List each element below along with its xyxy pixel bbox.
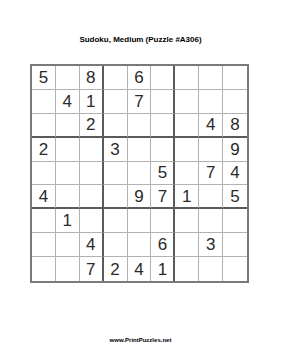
sudoku-cell-r5c6: 5 xyxy=(151,162,175,186)
sudoku-cell-r9c7 xyxy=(175,257,199,281)
sudoku-cell-r5c3 xyxy=(80,162,104,186)
sudoku-cell-r3c4 xyxy=(104,114,128,138)
sudoku-cell-r8c2 xyxy=(56,233,80,257)
sudoku-cell-r1c9 xyxy=(223,66,247,90)
sudoku-cell-r8c9 xyxy=(223,233,247,257)
sudoku-cell-r9c2 xyxy=(56,257,80,281)
sudoku-cell-r4c8 xyxy=(199,138,223,162)
sudoku-cell-r7c7 xyxy=(175,209,199,233)
sudoku-cell-r7c4 xyxy=(104,209,128,233)
puzzle-title: Sudoku, Medium (Puzzle #A306) xyxy=(0,35,281,44)
sudoku-cell-r4c6 xyxy=(151,138,175,162)
sudoku-cell-r8c1 xyxy=(32,233,56,257)
sudoku-cell-r3c9: 8 xyxy=(223,114,247,138)
sudoku-cell-r4c3 xyxy=(80,138,104,162)
sudoku-cell-r8c7 xyxy=(175,233,199,257)
sudoku-cell-r2c8 xyxy=(199,90,223,114)
sudoku-cell-r6c6: 7 xyxy=(151,185,175,209)
sudoku-cell-r2c4 xyxy=(104,90,128,114)
sudoku-cell-r2c9 xyxy=(223,90,247,114)
sudoku-cell-r6c1: 4 xyxy=(32,185,56,209)
sudoku-cell-r9c5: 4 xyxy=(128,257,152,281)
sudoku-cell-r7c9 xyxy=(223,209,247,233)
sudoku-cell-r7c5 xyxy=(128,209,152,233)
sudoku-cell-r3c8: 4 xyxy=(199,114,223,138)
sudoku-cell-r2c5: 7 xyxy=(128,90,152,114)
sudoku-cell-r1c5: 6 xyxy=(128,66,152,90)
sudoku-cell-r1c6 xyxy=(151,66,175,90)
sudoku-cell-r2c7 xyxy=(175,90,199,114)
sudoku-cell-r3c7 xyxy=(175,114,199,138)
sudoku-cell-r5c7 xyxy=(175,162,199,186)
sudoku-cell-r7c8 xyxy=(199,209,223,233)
sudoku-cell-r3c6 xyxy=(151,114,175,138)
sudoku-cell-r4c7 xyxy=(175,138,199,162)
sudoku-cell-r1c1: 5 xyxy=(32,66,56,90)
sudoku-cell-r1c4 xyxy=(104,66,128,90)
sudoku-cell-r2c3: 1 xyxy=(80,90,104,114)
sudoku-cell-r6c8 xyxy=(199,185,223,209)
sudoku-cell-r6c2 xyxy=(56,185,80,209)
sudoku-cell-r5c8: 7 xyxy=(199,162,223,186)
sudoku-cell-r8c6: 6 xyxy=(151,233,175,257)
sudoku-cell-r7c1 xyxy=(32,209,56,233)
sudoku-cell-r8c3: 4 xyxy=(80,233,104,257)
sudoku-cell-r9c3: 7 xyxy=(80,257,104,281)
sudoku-cell-r5c5 xyxy=(128,162,152,186)
sudoku-cell-r3c5 xyxy=(128,114,152,138)
sudoku-cell-r5c1 xyxy=(32,162,56,186)
sudoku-cell-r6c4 xyxy=(104,185,128,209)
sudoku-cell-r4c9: 9 xyxy=(223,138,247,162)
sudoku-cell-r1c7 xyxy=(175,66,199,90)
sudoku-cell-r9c9 xyxy=(223,257,247,281)
sudoku-cell-r1c2 xyxy=(56,66,80,90)
sudoku-cell-r6c9: 5 xyxy=(223,185,247,209)
sudoku-cell-r4c1: 2 xyxy=(32,138,56,162)
sudoku-cell-r3c3: 2 xyxy=(80,114,104,138)
sudoku-cell-r8c5 xyxy=(128,233,152,257)
sudoku-cell-r4c2 xyxy=(56,138,80,162)
sudoku-cell-r7c3 xyxy=(80,209,104,233)
sudoku-cell-r6c5: 9 xyxy=(128,185,152,209)
sudoku-cell-r6c3 xyxy=(80,185,104,209)
sudoku-cell-r9c6: 1 xyxy=(151,257,175,281)
sudoku-cell-r9c8 xyxy=(199,257,223,281)
sudoku-cell-r7c2: 1 xyxy=(56,209,80,233)
sudoku-cell-r9c1 xyxy=(32,257,56,281)
footer-url: www.PrintPuzzles.net xyxy=(0,337,281,343)
sudoku-cell-r5c4 xyxy=(104,162,128,186)
sudoku-cell-r1c3: 8 xyxy=(80,66,104,90)
sudoku-cell-r5c9: 4 xyxy=(223,162,247,186)
sudoku-cell-r9c4: 2 xyxy=(104,257,128,281)
sudoku-cell-r6c7: 1 xyxy=(175,185,199,209)
sudoku-cell-r2c2: 4 xyxy=(56,90,80,114)
sudoku-cell-r1c8 xyxy=(199,66,223,90)
sudoku-cell-r8c4 xyxy=(104,233,128,257)
sudoku-cell-r8c8: 3 xyxy=(199,233,223,257)
sudoku-board: 5864172482395744971514637241 xyxy=(30,64,249,283)
sudoku-cell-r3c2 xyxy=(56,114,80,138)
sudoku-cell-r2c6 xyxy=(151,90,175,114)
page: Sudoku, Medium (Puzzle #A306) 5864172482… xyxy=(0,0,281,363)
sudoku-cell-r5c2 xyxy=(56,162,80,186)
sudoku-cell-r4c4: 3 xyxy=(104,138,128,162)
sudoku-cell-r3c1 xyxy=(32,114,56,138)
sudoku-cell-r2c1 xyxy=(32,90,56,114)
sudoku-cell-r7c6 xyxy=(151,209,175,233)
sudoku-cell-r4c5 xyxy=(128,138,152,162)
